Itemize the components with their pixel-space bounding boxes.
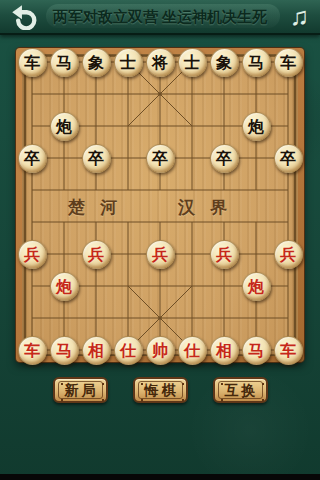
piece-black-n[interactable]: 马 xyxy=(50,48,79,77)
piece-red-c[interactable]: 炮 xyxy=(50,272,79,301)
swap-sides-button[interactable]: 互换 xyxy=(213,377,268,403)
river-label-left: 楚河 xyxy=(68,196,132,219)
piece-black-a[interactable]: 士 xyxy=(114,48,143,77)
top-bar: 两军对敌立双营 坐运神机决生死 ♫ xyxy=(0,0,320,35)
piece-black-n[interactable]: 马 xyxy=(242,48,271,77)
piece-red-n[interactable]: 马 xyxy=(50,336,79,365)
piece-red-a[interactable]: 仕 xyxy=(178,336,207,365)
music-toggle-button[interactable]: ♫ xyxy=(282,0,316,33)
piece-black-c[interactable]: 炮 xyxy=(242,112,271,141)
piece-black-r[interactable]: 车 xyxy=(274,48,303,77)
piece-red-p[interactable]: 兵 xyxy=(18,240,47,269)
undo-move-button[interactable]: 悔棋 xyxy=(133,377,188,403)
piece-black-b[interactable]: 象 xyxy=(210,48,239,77)
piece-red-r[interactable]: 车 xyxy=(18,336,47,365)
board-grid xyxy=(22,54,298,356)
board-surface[interactable]: 楚河 汉界 xyxy=(22,54,298,356)
piece-black-b[interactable]: 象 xyxy=(82,48,111,77)
river-label-right: 汉界 xyxy=(178,196,242,219)
bottom-letterbox xyxy=(0,474,320,480)
piece-red-p[interactable]: 兵 xyxy=(146,240,175,269)
piece-red-p[interactable]: 兵 xyxy=(82,240,111,269)
piece-black-r[interactable]: 车 xyxy=(18,48,47,77)
piece-red-n[interactable]: 马 xyxy=(242,336,271,365)
piece-red-p[interactable]: 兵 xyxy=(274,240,303,269)
piece-black-p[interactable]: 卒 xyxy=(210,144,239,173)
page-title: 两军对敌立双营 坐运神机决生死 xyxy=(0,0,320,33)
new-game-button[interactable]: 新局 xyxy=(53,377,108,403)
piece-red-c[interactable]: 炮 xyxy=(242,272,271,301)
piece-red-a[interactable]: 仕 xyxy=(114,336,143,365)
xiangqi-board: 楚河 汉界 车马象士将士象马车炮炮卒卒卒卒卒兵兵兵兵兵炮炮车马相仕帅仕相马车 xyxy=(16,48,304,362)
piece-black-p[interactable]: 卒 xyxy=(146,144,175,173)
piece-red-b[interactable]: 相 xyxy=(210,336,239,365)
piece-black-k[interactable]: 将 xyxy=(146,48,175,77)
piece-black-p[interactable]: 卒 xyxy=(274,144,303,173)
piece-black-p[interactable]: 卒 xyxy=(82,144,111,173)
action-button-row: 新局 悔棋 互换 xyxy=(0,377,320,403)
app-screen: 两军对敌立双营 坐运神机决生死 ♫ 楚河 汉界 车马象士将士象马车炮炮卒卒卒卒卒… xyxy=(0,0,320,480)
piece-black-a[interactable]: 士 xyxy=(178,48,207,77)
piece-red-b[interactable]: 相 xyxy=(82,336,111,365)
piece-black-c[interactable]: 炮 xyxy=(50,112,79,141)
music-note-icon: ♫ xyxy=(290,2,309,30)
piece-red-p[interactable]: 兵 xyxy=(210,240,239,269)
piece-red-k[interactable]: 帅 xyxy=(146,336,175,365)
piece-red-r[interactable]: 车 xyxy=(274,336,303,365)
piece-black-p[interactable]: 卒 xyxy=(18,144,47,173)
